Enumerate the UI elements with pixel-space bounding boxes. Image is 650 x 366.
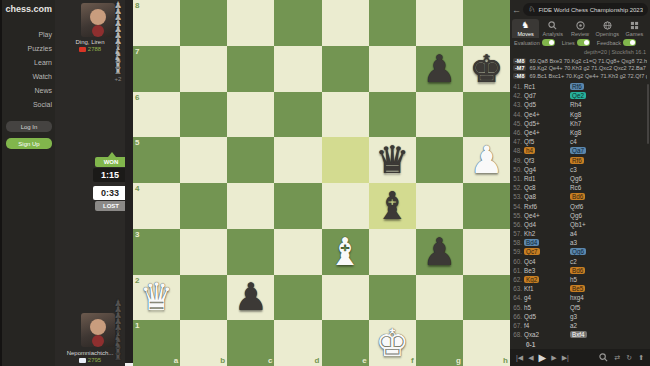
black-bishop-f4[interactable]: ♝ [369,183,416,229]
move-63-white[interactable]: Kf1 [524,285,570,292]
move-47-white[interactable]: Qf5 [524,138,570,145]
move-51-black[interactable]: Qg6 [570,175,616,182]
move-row-47: 47.Qf5c4 [510,137,650,146]
square-g4[interactable] [416,183,463,229]
white-bishop-e3[interactable]: ♝ [322,229,369,275]
analysis-panel: ← ♘ FIDE World Chess Championship 2023 ♞… [510,0,650,366]
move-60-white[interactable]: Qc4 [524,258,570,265]
move-44-white[interactable]: Qe4+ [524,111,570,118]
file-label-b: b [220,356,225,365]
move-number: 64. [510,294,524,301]
move-number: 52. [510,184,524,191]
move-43-black[interactable]: Rh4 [570,101,616,108]
square-a2[interactable]: 2♛ [133,275,180,321]
move-48-black[interactable]: Qa7 [570,147,616,154]
knight-icon: ♞ [522,21,530,30]
file-label-d: d [315,356,320,365]
move-50-white[interactable]: Qg4 [524,166,570,173]
square-a3[interactable]: 3 [133,229,180,275]
move-57-black[interactable]: a4 [570,230,616,237]
square-e3[interactable]: ♝ [322,229,369,275]
move-47-black[interactable]: c4 [570,138,616,145]
move-row-67: 67.f4a2 [510,321,650,330]
black-king-h7[interactable]: ♚ [463,46,510,92]
move-row-48: 48.h4Qa7 [510,146,650,155]
engine-eval-badge: -M8 [513,73,526,79]
sidebar-item-puzzles[interactable]: Puzzles [27,45,52,52]
top-player-flag-icon [79,47,86,52]
move-52-white[interactable]: Qc8 [524,184,570,191]
square-d3[interactable] [274,229,321,275]
move-55-white[interactable]: Qe4+ [524,212,570,219]
square-c4[interactable] [227,183,274,229]
move-row-62: 62.Kg2h5 [510,275,650,284]
move-42-black[interactable]: Qe2 [570,92,616,99]
feedback-switch[interactable] [623,39,636,46]
move-row-53: 53.Qa8Bd6 [510,192,650,201]
chess-app-window: chess.com PlayPuzzlesLearnWatchNewsSocia… [0,0,650,366]
square-a4[interactable]: 4 [133,183,180,229]
black-queen-f5[interactable]: ♛ [369,137,416,183]
move-number: 56. [510,221,524,228]
rank-label-3: 3 [135,230,139,239]
move-row-52: 52.Qc8Rc6 [510,183,650,192]
bottom-result-badge: LOST [95,201,127,211]
move-54-black[interactable]: Qxf6 [570,203,616,210]
square-e4[interactable] [322,183,369,229]
move-65-black[interactable]: Qf5 [570,304,616,311]
game-result: 0-1 [526,341,535,348]
move-number: 61. [510,267,524,274]
step-back-icon[interactable]: ◀ [528,354,533,361]
move-number: 57. [510,230,524,237]
move-number: 59. [510,248,524,255]
panel-header: ← ♘ FIDE World Chess Championship 2023 [510,2,650,17]
bottom-player-flag-icon [79,358,86,363]
move-61-white[interactable]: Be3 [524,267,570,274]
square-e5[interactable] [322,137,369,183]
move-54-white[interactable]: Rxf6 [524,203,570,210]
bottom-player-avatar[interactable] [81,313,115,347]
move-row-44: 44.Qe4+Kg8 [510,110,650,119]
square-g8[interactable] [416,0,463,46]
move-row-51: 51.Rd1Qg6 [510,174,650,183]
move-row-58: 58.Bd4a3 [510,238,650,247]
captured-white-piece-icon: ♜ [114,68,122,74]
square-e1[interactable]: e [322,320,369,366]
square-a1[interactable]: 1a [133,320,180,366]
top-player-clock: 1:15 [93,168,127,182]
square-b6[interactable] [180,92,227,138]
tab-review[interactable]: Review [566,19,593,38]
move-row-63: 63.Kf1Be5 [510,284,650,293]
rank-label-5: 5 [135,138,139,147]
top-result-badge: WON [95,157,127,167]
move-55-black[interactable]: Qg6 [570,212,616,219]
square-g3[interactable]: ♟ [416,229,463,275]
move-62-white[interactable]: Kg2 [524,276,570,283]
move-41-black[interactable]: Rf6 [570,83,616,90]
engine-status: depth=20 | Stockfish 16.1 [584,49,646,55]
move-46-white[interactable]: Qe4+ [524,129,570,136]
evaluation-switch[interactable] [542,39,555,46]
square-d7[interactable] [274,46,321,92]
square-c3[interactable] [227,229,274,275]
players-column: Ding, Liren 2788 ♟♟♟♟♟♟♟♝♞♞♜♜+2 WON 1:15… [55,0,125,366]
move-number: 48. [510,147,524,154]
black-pawn-g7[interactable]: ♟ [416,46,463,92]
move-row-64: 64.g4hxg4 [510,293,650,302]
move-58-white[interactable]: Bd4 [524,239,570,246]
file-label-e: e [362,356,366,365]
play-icon[interactable]: ▶ [539,353,547,363]
square-b2[interactable] [180,275,227,321]
engine-eval-badge: -M8 [513,58,526,64]
square-h8[interactable] [463,0,510,46]
move-number: 66. [510,313,524,320]
move-list-scrollbar[interactable] [647,84,649,144]
move-45-white[interactable]: Qd5+ [524,120,570,127]
toggle-evaluation[interactable]: Evaluation [514,39,555,46]
move-row-65: 65.h5Qf5 [510,303,650,312]
move-list: 41.Rc1Rf642.Qd7Qe243.Qd5Rh444.Qe4+Kg845.… [510,82,650,339]
square-e2[interactable] [322,275,369,321]
square-g5[interactable] [416,137,463,183]
move-41-white[interactable]: Rc1 [524,83,570,90]
move-row-42: 42.Qd7Qe2 [510,91,650,100]
target-icon [576,21,585,30]
move-number: 60. [510,258,524,265]
move-62-black[interactable]: h5 [570,276,616,283]
back-arrow-icon[interactable]: ← [510,5,523,15]
white-queen-a2[interactable]: ♛ [133,275,180,321]
square-a8[interactable]: 8 [133,0,180,46]
square-f1[interactable]: f♚ [369,320,416,366]
move-66-black[interactable]: g3 [570,313,616,320]
sidebar-item-play[interactable]: Play [38,31,52,38]
reset-icon[interactable]: ↻ [626,354,632,361]
bottom-player-clock: 0:33 [93,186,127,200]
move-number: 68. [510,331,524,338]
top-captured-pieces-tray: ♟♟♟♟♟♟♟♝♞♞♜♜+2 [112,2,124,82]
lines-switch[interactable] [577,39,590,46]
toggle-feedback[interactable]: Feedback [597,39,636,46]
move-65-white[interactable]: h5 [524,304,570,311]
move-number: 51. [510,175,524,182]
event-title: FIDE World Chess Championship 2023 [538,7,643,13]
move-row-61: 61.Be3Bd6 [510,266,650,275]
move-52-black[interactable]: Rc6 [570,184,616,191]
engine-line-2[interactable]: -M769.Kg2 Qe4+ 70.Kh3 g2 71.Qxc2 Qxc2 72… [513,65,647,73]
square-f6[interactable] [369,92,416,138]
square-a7[interactable]: 7 [133,46,180,92]
square-b1[interactable]: b [180,320,227,366]
engine-line-moves: 69.Kg2 Qe4+ 70.Kh3 g2 71.Qxc2 Qxc2 72.Ba… [529,65,647,71]
move-row-59: 59.Qc7Qg6 [510,247,650,256]
square-d2[interactable] [274,275,321,321]
square-b4[interactable] [180,183,227,229]
move-48-white[interactable]: h4 [524,147,570,154]
move-58-black[interactable]: a3 [570,239,616,246]
move-67-white[interactable]: f4 [524,322,570,329]
move-row-57: 57.Kh2a4 [510,229,650,238]
move-57-white[interactable]: Kh2 [524,230,570,237]
square-e7[interactable] [322,46,369,92]
move-59-white[interactable]: Qc7 [524,248,570,255]
material-advantage: +2 [115,76,122,82]
move-61-black[interactable]: Bd6 [570,267,616,274]
square-h7[interactable]: ♚ [463,46,510,92]
globe-icon [603,21,612,30]
square-g6[interactable] [416,92,463,138]
move-63-black[interactable]: Be5 [570,285,616,292]
jump-start-icon[interactable]: |◀ [516,354,523,361]
square-g7[interactable]: ♟ [416,46,463,92]
square-f4[interactable]: ♝ [369,183,416,229]
sidebar-item-news[interactable]: News [34,87,52,94]
square-b3[interactable] [180,229,227,275]
move-number: 50. [510,166,524,173]
square-b8[interactable] [180,0,227,46]
sidebar-item-social[interactable]: Social [33,101,52,108]
playback-bar: |◀◀▶▶▶| ⇄↻⬆ [510,349,650,366]
move-51-white[interactable]: Rd1 [524,175,570,182]
toggle-lines[interactable]: Lines [562,39,590,46]
sidebar-item-learn[interactable]: Learn [34,59,52,66]
move-number: 58. [510,239,524,246]
square-d5[interactable] [274,137,321,183]
rank-label-1: 1 [135,321,139,330]
square-h1[interactable]: h [463,320,510,366]
square-h4[interactable] [463,183,510,229]
step-forward-icon[interactable]: ▶ [551,354,556,361]
move-66-white[interactable]: Qd5 [524,313,570,320]
square-e8[interactable] [322,0,369,46]
sidebar-item-watch[interactable]: Watch [32,73,52,80]
move-row-43: 43.Qd5Rh4 [510,100,650,109]
square-c1[interactable]: c [227,320,274,366]
square-g1[interactable]: g [416,320,463,366]
captured-black-piece-icon: ♜ [114,354,122,360]
square-f2[interactable] [369,275,416,321]
move-row-60: 60.Qc4c2 [510,257,650,266]
square-g2[interactable] [416,275,463,321]
zoom-icon[interactable] [599,353,608,363]
move-number: 42. [510,92,524,99]
move-number: 67. [510,322,524,329]
move-68-black[interactable]: Bxf4 [570,331,616,338]
square-b5[interactable] [180,137,227,183]
top-player-avatar[interactable] [81,3,115,37]
move-64-white[interactable]: g4 [524,294,570,301]
square-c8[interactable] [227,0,274,46]
square-f8[interactable] [369,0,416,46]
move-67-black[interactable]: a2 [570,322,616,329]
square-h3[interactable] [463,229,510,275]
grid-icon [630,21,639,30]
move-number: 43. [510,101,524,108]
panel-tabs: ♞MovesAnalysisReviewOpeningsGames [512,19,648,38]
share-icon[interactable]: ⬆ [638,354,644,361]
square-c2[interactable]: ♟ [227,275,274,321]
move-number: 55. [510,212,524,219]
move-row-55: 55.Qe4+Qg6 [510,211,650,220]
square-d6[interactable] [274,92,321,138]
black-pawn-c2[interactable]: ♟ [227,275,274,321]
move-number: 49. [510,157,524,164]
move-number: 54. [510,203,524,210]
move-row-50: 50.Qg4c3 [510,165,650,174]
engine-line-moves: 69.Qa8 Bxe3 70.Kg2 c1=Q 71.Qg8+ Qxg8 72.… [529,58,647,64]
tab-openings[interactable]: Openings [594,19,621,38]
file-label-g: g [456,356,461,365]
square-f3[interactable] [369,229,416,275]
square-c6[interactable] [227,92,274,138]
move-row-68: 68.Qxa2Bxf4 [510,330,650,339]
move-row-56: 56.Qd4Qb1+ [510,220,650,229]
move-64-black[interactable]: hxg4 [570,294,616,301]
square-c7[interactable] [227,46,274,92]
magnifier-icon [548,21,557,30]
black-pawn-g3[interactable]: ♟ [416,229,463,275]
move-number: 45. [510,120,524,127]
move-49-black[interactable]: Rf6 [570,157,616,164]
move-number: 53. [510,193,524,200]
move-number: 65. [510,304,524,311]
square-d1[interactable]: d [274,320,321,366]
move-60-black[interactable]: c2 [570,258,616,265]
move-45-black[interactable]: Kh7 [570,120,616,127]
chesscom-logo[interactable]: chess.com [5,4,52,14]
move-row-49: 49.Qf3Rf6 [510,156,650,165]
move-46-black[interactable]: Kg8 [570,129,616,136]
square-h2[interactable] [463,275,510,321]
event-logo-icon: ♘ [528,6,535,14]
square-h5[interactable]: ♟ [463,137,510,183]
engine-lines: -M869.Qa8 Bxe3 70.Kg2 c1=Q 71.Qg8+ Qxg8 … [513,57,647,80]
file-label-c: c [268,356,272,365]
rank-label-7: 7 [135,47,139,56]
move-53-black[interactable]: Bd6 [570,193,616,200]
engine-line-1[interactable]: -M869.Qa8 Bxe3 70.Kg2 c1=Q 71.Qg8+ Qxg8 … [513,57,647,65]
login-button[interactable]: Log In [6,121,52,132]
move-row-46: 46.Qe4+Kg8 [510,128,650,137]
move-number: 63. [510,285,524,292]
square-c5[interactable] [227,137,274,183]
white-pawn-h5[interactable]: ♟ [463,137,510,183]
white-king-f1[interactable]: ♚ [369,320,416,366]
jump-end-icon[interactable]: ▶| [562,354,569,361]
rank-label-6: 6 [135,93,139,102]
move-68-white[interactable]: Qxa2 [524,331,570,338]
move-row-66: 66.Qd5g3 [510,312,650,321]
move-number: 47. [510,138,524,145]
move-59-black[interactable]: Qg6 [570,248,616,255]
signup-button[interactable]: Sign Up [6,138,52,149]
file-label-h: h [503,356,508,365]
tab-games[interactable]: Games [621,19,648,38]
square-a5[interactable]: 5 [133,137,180,183]
square-d4[interactable] [274,183,321,229]
square-b7[interactable] [180,46,227,92]
square-h6[interactable] [463,92,510,138]
rank-label-4: 4 [135,184,139,193]
move-number: 46. [510,129,524,136]
move-50-black[interactable]: c3 [570,166,616,173]
sidebar: chess.com PlayPuzzlesLearnWatchNewsSocia… [2,0,55,366]
engine-line-3[interactable]: -M869.Bc1 Bxc1+ 70.Kg2 Qe4+ 71.Kh3 g2 72… [513,72,647,80]
square-f7[interactable] [369,46,416,92]
tab-moves[interactable]: ♞Moves [512,19,539,38]
square-f5[interactable]: ♛ [369,137,416,183]
move-44-black[interactable]: Kg8 [570,111,616,118]
chess-board: 87♟♚65♛♟4♝3♝♟2♛♟1abcdef♚gh [133,0,510,366]
move-row-54: 54.Rxf6Qxf6 [510,201,650,210]
move-56-black[interactable]: Qb1+ [570,221,616,228]
move-42-white[interactable]: Qd7 [524,92,570,99]
rank-label-8: 8 [135,1,139,10]
move-49-white[interactable]: Qf3 [524,157,570,164]
move-number: 44. [510,111,524,118]
move-56-white[interactable]: Qd4 [524,221,570,228]
bottom-captured-pieces-tray: ♟♟♟♟♟♝♞♞♜♜ [112,300,124,360]
move-53-white[interactable]: Qa8 [524,193,570,200]
engine-toggles: EvaluationLinesFeedback [514,39,648,46]
square-a6[interactable]: 6 [133,92,180,138]
flip-icon[interactable]: ⇄ [614,354,620,361]
square-e6[interactable] [322,92,369,138]
tab-analysis[interactable]: Analysis [539,19,566,38]
move-row-41: 41.Rc1Rf6 [510,82,650,91]
evaluation-bar [125,0,133,366]
square-d8[interactable] [274,0,321,46]
engine-eval-badge: -M7 [513,65,526,71]
move-row-45: 45.Qd5+Kh7 [510,119,650,128]
engine-line-moves: 69.Bc1 Bxc1+ 70.Kg2 Qe4+ 71.Kh3 g2 72.Qf… [529,73,647,79]
move-number: 62. [510,276,524,283]
move-number: 41. [510,83,524,90]
move-43-white[interactable]: Qd5 [524,101,570,108]
file-label-a: a [174,356,178,365]
event-title-pill[interactable]: ♘ FIDE World Chess Championship 2023 [523,3,648,16]
